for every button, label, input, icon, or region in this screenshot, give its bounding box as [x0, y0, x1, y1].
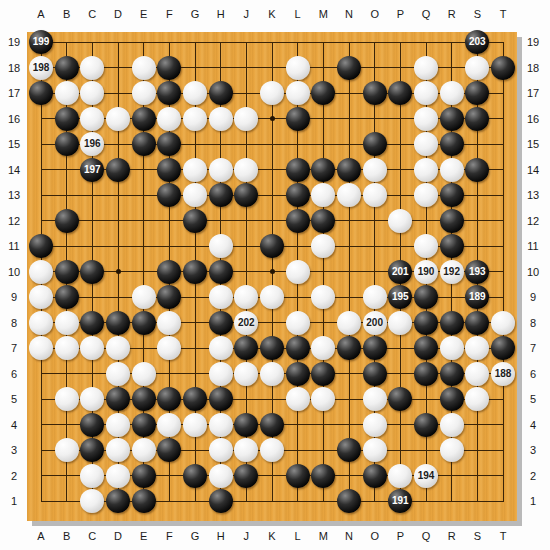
- black-stone-O2: [363, 464, 387, 488]
- black-stone-E4: [132, 413, 156, 437]
- black-stone-P5: [388, 387, 412, 411]
- white-stone-R17: [440, 81, 464, 105]
- white-stone-R7: [440, 336, 464, 360]
- black-stone-P9: 195: [388, 285, 412, 309]
- white-stone-Q16: [414, 107, 438, 131]
- white-stone-Q17: [414, 81, 438, 105]
- white-stone-S5: [465, 387, 489, 411]
- black-stone-H17: [209, 81, 233, 105]
- black-stone-K11: [260, 234, 284, 258]
- white-stone-N13: [337, 183, 361, 207]
- white-stone-Q14: [414, 158, 438, 182]
- right-coord-16: 16: [527, 113, 539, 125]
- right-coord-9: 9: [530, 291, 536, 303]
- white-stone-J9: [234, 285, 258, 309]
- white-stone-P2: [388, 464, 412, 488]
- black-stone-A11: [29, 234, 53, 258]
- go-game-viewer: 1992031981961972011901921931951892022001…: [0, 0, 550, 550]
- white-stone-R10: 192: [440, 260, 464, 284]
- white-stone-K3: [260, 438, 284, 462]
- top-coord-C: C: [88, 8, 96, 20]
- bottom-coord-L: L: [295, 530, 301, 542]
- white-stone-H4: [209, 413, 233, 437]
- grid-line-vertical: [503, 42, 504, 502]
- white-stone-O4: [363, 413, 387, 437]
- star-point: [270, 269, 275, 274]
- white-stone-H3: [209, 438, 233, 462]
- black-stone-B16: [55, 107, 79, 131]
- black-stone-G5: [183, 387, 207, 411]
- white-stone-C7: [80, 336, 104, 360]
- black-stone-F18: [157, 56, 181, 80]
- black-stone-O6: [363, 362, 387, 386]
- right-coord-8: 8: [530, 317, 536, 329]
- top-coord-E: E: [140, 8, 147, 20]
- left-coord-8: 8: [11, 317, 17, 329]
- black-stone-B9: [55, 285, 79, 309]
- black-stone-M17: [311, 81, 335, 105]
- left-coord-4: 4: [11, 419, 17, 431]
- black-stone-M2: [311, 464, 335, 488]
- black-stone-F9: [157, 285, 181, 309]
- white-stone-D6: [106, 362, 130, 386]
- white-stone-Q10: 190: [414, 260, 438, 284]
- black-stone-J2: [234, 464, 258, 488]
- black-stone-G10: [183, 260, 207, 284]
- black-stone-O17: [363, 81, 387, 105]
- white-stone-B7: [55, 336, 79, 360]
- bottom-coord-E: E: [140, 530, 147, 542]
- black-stone-J4: [234, 413, 258, 437]
- left-coord-5: 5: [11, 393, 17, 405]
- bottom-coord-S: S: [474, 530, 481, 542]
- top-coord-B: B: [63, 8, 70, 20]
- left-coord-1: 1: [11, 495, 17, 507]
- white-stone-Q13: [414, 183, 438, 207]
- white-stone-F16: [157, 107, 181, 131]
- right-coord-18: 18: [527, 62, 539, 74]
- top-coord-T: T: [500, 8, 507, 20]
- bottom-coord-H: H: [217, 530, 225, 542]
- black-stone-B18: [55, 56, 79, 80]
- move-number: 198: [33, 63, 50, 73]
- black-stone-B10: [55, 260, 79, 284]
- white-stone-G16: [183, 107, 207, 131]
- grid-line-vertical: [349, 42, 350, 502]
- move-number: 197: [84, 165, 101, 175]
- white-stone-R4: [440, 413, 464, 437]
- white-stone-Q15: [414, 132, 438, 156]
- bottom-coord-T: T: [500, 530, 507, 542]
- right-coord-15: 15: [527, 138, 539, 150]
- black-stone-H13: [209, 183, 233, 207]
- bottom-coord-O: O: [370, 530, 379, 542]
- black-stone-F15: [157, 132, 181, 156]
- white-stone-E9: [132, 285, 156, 309]
- black-stone-H10: [209, 260, 233, 284]
- black-stone-D5: [106, 387, 130, 411]
- move-number: 190: [418, 267, 435, 277]
- black-stone-D1: [106, 489, 130, 513]
- left-coord-3: 3: [11, 444, 17, 456]
- top-coord-O: O: [370, 8, 379, 20]
- bottom-coord-G: G: [191, 530, 200, 542]
- black-stone-E16: [132, 107, 156, 131]
- black-stone-L7: [286, 336, 310, 360]
- black-stone-E8: [132, 311, 156, 335]
- white-stone-C2: [80, 464, 104, 488]
- black-stone-R13: [440, 183, 464, 207]
- white-stone-B5: [55, 387, 79, 411]
- black-stone-R16: [440, 107, 464, 131]
- white-stone-N8: [337, 311, 361, 335]
- black-stone-R11: [440, 234, 464, 258]
- white-stone-O13: [363, 183, 387, 207]
- black-stone-N14: [337, 158, 361, 182]
- white-stone-L8: [286, 311, 310, 335]
- white-stone-A7: [29, 336, 53, 360]
- white-stone-L10: [286, 260, 310, 284]
- top-coord-Q: Q: [422, 8, 431, 20]
- bottom-coord-Q: Q: [422, 530, 431, 542]
- white-stone-L18: [286, 56, 310, 80]
- bottom-coord-F: F: [166, 530, 173, 542]
- black-stone-N18: [337, 56, 361, 80]
- right-coord-3: 3: [530, 444, 536, 456]
- white-stone-K9: [260, 285, 284, 309]
- bottom-coord-N: N: [345, 530, 353, 542]
- black-stone-A17: [29, 81, 53, 105]
- white-stone-J16: [234, 107, 258, 131]
- top-coord-F: F: [166, 8, 173, 20]
- white-stone-D16: [106, 107, 130, 131]
- move-number: 191: [392, 496, 409, 506]
- white-stone-E18: [132, 56, 156, 80]
- white-stone-A10: [29, 260, 53, 284]
- go-board[interactable]: 1992031981961972011901921931951892022001…: [27, 32, 517, 521]
- black-stone-T7: [491, 336, 515, 360]
- move-number: 200: [366, 318, 383, 328]
- black-stone-L6: [286, 362, 310, 386]
- white-stone-F7: [157, 336, 181, 360]
- white-stone-A18: 198: [29, 56, 53, 80]
- white-stone-D2: [106, 464, 130, 488]
- black-stone-R15: [440, 132, 464, 156]
- white-stone-A8: [29, 311, 53, 335]
- black-stone-D8: [106, 311, 130, 335]
- black-stone-R6: [440, 362, 464, 386]
- right-coord-11: 11: [527, 240, 538, 252]
- white-stone-T8: [491, 311, 515, 335]
- white-stone-C5: [80, 387, 104, 411]
- move-number: 201: [392, 267, 409, 277]
- white-stone-Q18: [414, 56, 438, 80]
- white-stone-P8: [388, 311, 412, 335]
- white-stone-S18: [465, 56, 489, 80]
- right-coord-1: 1: [530, 495, 536, 507]
- white-stone-J8: 202: [234, 311, 258, 335]
- right-coord-2: 2: [530, 470, 536, 482]
- star-point: [270, 116, 275, 121]
- white-stone-M9: [311, 285, 335, 309]
- move-number: 203: [469, 37, 486, 47]
- move-number: 196: [84, 139, 101, 149]
- top-coord-K: K: [268, 8, 275, 20]
- black-stone-B15: [55, 132, 79, 156]
- white-stone-C1: [80, 489, 104, 513]
- white-stone-R3: [440, 438, 464, 462]
- white-stone-A9: [29, 285, 53, 309]
- top-coord-S: S: [474, 8, 481, 20]
- white-stone-H9: [209, 285, 233, 309]
- left-coord-10: 10: [8, 266, 20, 278]
- right-coord-12: 12: [527, 215, 539, 227]
- move-number: 195: [392, 292, 409, 302]
- white-stone-P12: [388, 209, 412, 233]
- black-stone-R12: [440, 209, 464, 233]
- white-stone-S7: [465, 336, 489, 360]
- left-coord-9: 9: [11, 291, 17, 303]
- black-stone-C4: [80, 413, 104, 437]
- black-stone-E2: [132, 464, 156, 488]
- left-coord-12: 12: [8, 215, 20, 227]
- move-number: 199: [33, 37, 50, 47]
- black-stone-L2: [286, 464, 310, 488]
- move-number: 189: [469, 292, 486, 302]
- right-coord-14: 14: [527, 164, 539, 176]
- black-stone-K4: [260, 413, 284, 437]
- black-stone-N1: [337, 489, 361, 513]
- black-stone-Q8: [414, 311, 438, 335]
- top-coord-G: G: [191, 8, 200, 20]
- black-stone-F5: [157, 387, 181, 411]
- black-stone-E1: [132, 489, 156, 513]
- black-stone-R5: [440, 387, 464, 411]
- left-coord-18: 18: [8, 62, 20, 74]
- white-stone-C16: [80, 107, 104, 131]
- left-coord-15: 15: [8, 138, 20, 150]
- right-coord-6: 6: [530, 368, 536, 380]
- black-stone-F17: [157, 81, 181, 105]
- bottom-coord-P: P: [397, 530, 404, 542]
- white-stone-M11: [311, 234, 335, 258]
- black-stone-L16: [286, 107, 310, 131]
- top-coord-D: D: [114, 8, 122, 20]
- move-number: 192: [443, 267, 460, 277]
- bottom-coord-A: A: [37, 530, 44, 542]
- white-stone-D3: [106, 438, 130, 462]
- black-stone-F3: [157, 438, 181, 462]
- bottom-coord-K: K: [268, 530, 275, 542]
- black-stone-L13: [286, 183, 310, 207]
- black-stone-S19: 203: [465, 30, 489, 54]
- black-stone-C10: [80, 260, 104, 284]
- white-stone-H6: [209, 362, 233, 386]
- white-stone-B8: [55, 311, 79, 335]
- black-stone-P1: 191: [388, 489, 412, 513]
- white-stone-G14: [183, 158, 207, 182]
- move-number: 188: [495, 369, 512, 379]
- black-stone-C8: [80, 311, 104, 335]
- black-stone-L12: [286, 209, 310, 233]
- white-stone-E17: [132, 81, 156, 105]
- move-number: 202: [238, 318, 255, 328]
- white-stone-K6: [260, 362, 284, 386]
- black-stone-G2: [183, 464, 207, 488]
- top-coord-N: N: [345, 8, 353, 20]
- white-stone-H11: [209, 234, 233, 258]
- left-coord-2: 2: [11, 470, 17, 482]
- top-coord-M: M: [319, 8, 328, 20]
- white-stone-O9: [363, 285, 387, 309]
- white-stone-H14: [209, 158, 233, 182]
- left-coord-14: 14: [8, 164, 20, 176]
- black-stone-S17: [465, 81, 489, 105]
- black-stone-H5: [209, 387, 233, 411]
- black-stone-O15: [363, 132, 387, 156]
- top-coord-A: A: [37, 8, 44, 20]
- bottom-coord-R: R: [448, 530, 456, 542]
- left-coord-7: 7: [11, 342, 17, 354]
- white-stone-S6: [465, 362, 489, 386]
- black-stone-M6: [311, 362, 335, 386]
- left-coord-16: 16: [8, 113, 20, 125]
- white-stone-Q11: [414, 234, 438, 258]
- black-stone-H8: [209, 311, 233, 335]
- white-stone-J6: [234, 362, 258, 386]
- white-stone-H16: [209, 107, 233, 131]
- black-stone-F13: [157, 183, 181, 207]
- white-stone-O14: [363, 158, 387, 182]
- black-stone-N3: [337, 438, 361, 462]
- black-stone-E5: [132, 387, 156, 411]
- white-stone-G17: [183, 81, 207, 105]
- bottom-coord-M: M: [319, 530, 328, 542]
- black-stone-S10: 193: [465, 260, 489, 284]
- white-stone-O8: 200: [363, 311, 387, 335]
- left-coord-13: 13: [8, 189, 20, 201]
- white-stone-R14: [440, 158, 464, 182]
- right-coord-17: 17: [527, 87, 539, 99]
- black-stone-R8: [440, 311, 464, 335]
- white-stone-K17: [260, 81, 284, 105]
- white-stone-B17: [55, 81, 79, 105]
- black-stone-Q4: [414, 413, 438, 437]
- black-stone-E15: [132, 132, 156, 156]
- black-stone-F14: [157, 158, 181, 182]
- top-coord-H: H: [217, 8, 225, 20]
- black-stone-C3: [80, 438, 104, 462]
- white-stone-F4: [157, 413, 181, 437]
- white-stone-M7: [311, 336, 335, 360]
- black-stone-Q7: [414, 336, 438, 360]
- white-stone-D7: [106, 336, 130, 360]
- black-stone-S14: [465, 158, 489, 182]
- right-coord-4: 4: [530, 419, 536, 431]
- white-stone-H2: [209, 464, 233, 488]
- black-stone-P17: [388, 81, 412, 105]
- white-stone-D4: [106, 413, 130, 437]
- white-stone-M13: [311, 183, 335, 207]
- black-stone-J13: [234, 183, 258, 207]
- white-stone-L5: [286, 387, 310, 411]
- white-stone-C17: [80, 81, 104, 105]
- black-stone-Q6: [414, 362, 438, 386]
- top-coord-P: P: [397, 8, 404, 20]
- top-coord-J: J: [244, 8, 250, 20]
- white-stone-L17: [286, 81, 310, 105]
- black-stone-N7: [337, 336, 361, 360]
- white-stone-O3: [363, 438, 387, 462]
- black-stone-P10: 201: [388, 260, 412, 284]
- left-coord-6: 6: [11, 368, 17, 380]
- right-coord-10: 10: [527, 266, 539, 278]
- top-coord-L: L: [295, 8, 301, 20]
- bottom-coord-J: J: [244, 530, 250, 542]
- white-stone-G4: [183, 413, 207, 437]
- black-stone-D14: [106, 158, 130, 182]
- white-stone-E6: [132, 362, 156, 386]
- right-coord-13: 13: [527, 189, 539, 201]
- star-point: [116, 269, 121, 274]
- black-stone-G12: [183, 209, 207, 233]
- bottom-coord-D: D: [114, 530, 122, 542]
- black-stone-L14: [286, 158, 310, 182]
- black-stone-H1: [209, 489, 233, 513]
- black-stone-J7: [234, 336, 258, 360]
- white-stone-G13: [183, 183, 207, 207]
- white-stone-O5: [363, 387, 387, 411]
- white-stone-F8: [157, 311, 181, 335]
- black-stone-S16: [465, 107, 489, 131]
- right-coord-19: 19: [527, 36, 539, 48]
- black-stone-M12: [311, 209, 335, 233]
- black-stone-B12: [55, 209, 79, 233]
- black-stone-S9: 189: [465, 285, 489, 309]
- black-stone-S8: [465, 311, 489, 335]
- black-stone-O7: [363, 336, 387, 360]
- white-stone-J14: [234, 158, 258, 182]
- white-stone-E3: [132, 438, 156, 462]
- grid-line-vertical: [323, 42, 324, 502]
- move-number: 194: [418, 471, 435, 481]
- black-stone-K7: [260, 336, 284, 360]
- black-stone-A19: 199: [29, 30, 53, 54]
- white-stone-C18: [80, 56, 104, 80]
- top-coord-R: R: [448, 8, 456, 20]
- right-coord-7: 7: [530, 342, 536, 354]
- bottom-coord-B: B: [63, 530, 70, 542]
- white-stone-C15: 196: [80, 132, 104, 156]
- black-stone-C14: 197: [80, 158, 104, 182]
- move-number: 193: [469, 267, 486, 277]
- left-coord-11: 11: [8, 240, 19, 252]
- white-stone-Q2: 194: [414, 464, 438, 488]
- white-stone-H7: [209, 336, 233, 360]
- white-stone-J3: [234, 438, 258, 462]
- white-stone-M5: [311, 387, 335, 411]
- right-coord-5: 5: [530, 393, 536, 405]
- white-stone-T6: 188: [491, 362, 515, 386]
- black-stone-M14: [311, 158, 335, 182]
- black-stone-T18: [491, 56, 515, 80]
- black-stone-Q9: [414, 285, 438, 309]
- left-coord-19: 19: [8, 36, 20, 48]
- bottom-coord-C: C: [88, 530, 96, 542]
- left-coord-17: 17: [8, 87, 20, 99]
- white-stone-B3: [55, 438, 79, 462]
- black-stone-F10: [157, 260, 181, 284]
